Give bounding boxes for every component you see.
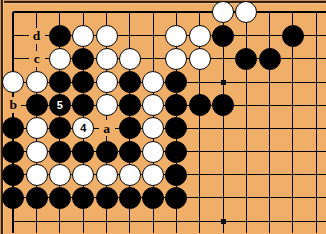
grid-line-h: [258, 35, 281, 36]
intersection-6-9: [118, 186, 141, 209]
grid-line-h: [258, 11, 281, 13]
white-stone: [96, 164, 118, 186]
point-label-c: c: [29, 51, 45, 67]
white-stone: [189, 48, 211, 70]
grid-line-h: [258, 197, 281, 198]
black-stone-numbered-5: 5: [49, 94, 71, 116]
intersection-10-3[interactable]: [211, 47, 234, 70]
point-label-b: b: [5, 97, 21, 113]
intersection-13-2: [281, 24, 304, 47]
intersection-13-4[interactable]: [281, 70, 304, 93]
intersection-13-8[interactable]: [281, 163, 304, 186]
intersection-4-5: [72, 94, 95, 117]
grid-line-h: [258, 82, 281, 83]
grid-line-h: [188, 11, 211, 13]
intersection-5-3: [95, 47, 118, 70]
intersection-13-9[interactable]: [281, 186, 304, 209]
intersection-1-5[interactable]: b: [2, 94, 25, 117]
intersection-1-3[interactable]: [2, 47, 25, 70]
intersection-6-10[interactable]: [118, 210, 141, 233]
grid-line-h: [188, 128, 211, 129]
black-stone: [72, 187, 94, 209]
intersection-11-6[interactable]: [235, 117, 258, 140]
intersection-5-5: [95, 94, 118, 117]
intersection-13-5[interactable]: [281, 94, 304, 117]
grid-line-h: [305, 105, 326, 106]
intersection-3-6: [48, 117, 71, 140]
black-stone: [212, 94, 234, 116]
star-point: [221, 219, 226, 224]
intersection-1-9: [2, 186, 25, 209]
intersection-8-8: [165, 163, 188, 186]
black-stone: [119, 71, 141, 93]
intersection-8-7: [165, 140, 188, 163]
intersection-3-10[interactable]: [48, 210, 71, 233]
intersection-2-5: [25, 94, 48, 117]
intersection-11-1: [235, 1, 258, 24]
intersection-9-7[interactable]: [188, 140, 211, 163]
white-stone: [26, 141, 48, 163]
intersection-2-6: [25, 117, 48, 140]
white-stone: [49, 48, 71, 70]
black-stone: [189, 94, 211, 116]
grid-line-h: [13, 221, 25, 222]
black-stone: [26, 187, 48, 209]
grid-line-h: [281, 11, 304, 13]
black-stone: [165, 141, 187, 163]
intersection-8-1[interactable]: [165, 1, 188, 24]
grid-line-v: [176, 12, 177, 24]
intersection-14-6[interactable]: [305, 117, 326, 140]
black-stone: [49, 25, 71, 47]
intersection-7-3[interactable]: [141, 47, 164, 70]
grid-line-h: [235, 197, 258, 198]
intersection-3-5: 5: [48, 94, 71, 117]
white-stone: [142, 94, 164, 116]
intersection-13-1[interactable]: [281, 1, 304, 24]
grid-line-h: [305, 174, 326, 175]
white-stone: [235, 1, 257, 23]
intersection-3-4: [48, 70, 71, 93]
intersection-7-1[interactable]: [141, 1, 164, 24]
black-stone: [2, 164, 24, 186]
grid-line-h: [258, 128, 281, 129]
grid-line-v: [59, 12, 60, 24]
black-stone: [165, 164, 187, 186]
intersection-10-8[interactable]: [211, 163, 234, 186]
grid-line-h: [305, 197, 326, 198]
intersection-13-10[interactable]: [281, 210, 304, 233]
intersection-12-8[interactable]: [258, 163, 281, 186]
intersection-4-10[interactable]: [72, 210, 95, 233]
intersection-14-2[interactable]: [305, 24, 326, 47]
intersection-12-6[interactable]: [258, 117, 281, 140]
grid-line-h: [72, 11, 95, 13]
intersection-10-7[interactable]: [211, 140, 234, 163]
intersection-6-8: [118, 163, 141, 186]
intersection-4-4: [72, 70, 95, 93]
black-stone: [165, 117, 187, 139]
white-stone: [96, 71, 118, 93]
intersection-2-10[interactable]: [25, 210, 48, 233]
intersection-9-2: [188, 24, 211, 47]
white-stone: [119, 48, 141, 70]
grid-line-v: [36, 12, 37, 24]
grid-line-h: [211, 197, 234, 198]
grid-line-h: [235, 221, 258, 222]
intersection-3-7: [48, 140, 71, 163]
grid-line-h: [25, 11, 48, 13]
grid-line-h: [235, 151, 258, 152]
grid-line-h: [13, 35, 25, 36]
intersection-13-6[interactable]: [281, 117, 304, 140]
grid-line-h: [48, 11, 71, 13]
grid-line-h: [281, 105, 304, 106]
point-label-d: d: [29, 28, 45, 44]
grid-line-h: [305, 151, 326, 152]
grid-line-h: [235, 128, 258, 129]
grid-line-h: [211, 58, 234, 59]
intersection-7-9: [141, 186, 164, 209]
intersection-1-7: [2, 140, 25, 163]
black-stone: [26, 94, 48, 116]
intersection-12-5[interactable]: [258, 94, 281, 117]
black-stone: [2, 117, 24, 139]
black-stone: [119, 94, 141, 116]
white-stone: [165, 25, 187, 47]
intersection-12-10[interactable]: [258, 210, 281, 233]
intersection-4-3: [72, 47, 95, 70]
star-point: [221, 80, 226, 85]
intersection-1-6: [2, 117, 25, 140]
grid-line-h: [188, 174, 211, 175]
white-stone: [119, 164, 141, 186]
grid-line-v: [153, 12, 154, 24]
grid-line-h: [141, 58, 164, 59]
intersection-14-10[interactable]: [305, 210, 326, 233]
white-stone: [26, 117, 48, 139]
grid-line-h: [95, 221, 118, 222]
grid-line-h: [281, 197, 304, 198]
intersection-9-4[interactable]: [188, 70, 211, 93]
grid-line-h: [13, 11, 25, 13]
intersection-12-1[interactable]: [258, 1, 281, 24]
intersection-11-7[interactable]: [235, 140, 258, 163]
grid-line-h: [48, 221, 71, 222]
intersection-4-8: [72, 163, 95, 186]
grid-line-h: [141, 11, 164, 13]
grid-line-h: [118, 11, 141, 13]
black-stone: [119, 117, 141, 139]
white-stone: [72, 164, 94, 186]
intersection-7-6: [141, 117, 164, 140]
intersection-5-2: [95, 24, 118, 47]
intersection-8-2: [165, 24, 188, 47]
intersection-6-2[interactable]: [118, 24, 141, 47]
intersection-9-8[interactable]: [188, 163, 211, 186]
intersection-11-10[interactable]: [235, 210, 258, 233]
grid-line-h: [305, 128, 326, 129]
grid-line-v: [316, 12, 317, 24]
black-stone: [96, 141, 118, 163]
grid-line-h: [281, 128, 304, 129]
intersection-8-3: [165, 47, 188, 70]
intersection-8-5: [165, 94, 188, 117]
intersection-11-3: [235, 47, 258, 70]
intersection-2-9: [25, 186, 48, 209]
grid-line-h: [13, 58, 25, 59]
intersection-4-9: [72, 186, 95, 209]
grid-line-h: [235, 105, 258, 106]
intersection-9-9[interactable]: [188, 186, 211, 209]
intersection-4-1[interactable]: [72, 1, 95, 24]
intersection-7-2[interactable]: [141, 24, 164, 47]
grid-line-h: [281, 82, 304, 83]
grid-line-h: [72, 221, 95, 222]
white-stone: [142, 71, 164, 93]
black-stone: [2, 141, 24, 163]
intersection-2-3[interactable]: c: [25, 47, 48, 70]
grid-line-v: [292, 12, 293, 24]
intersection-14-5[interactable]: [305, 94, 326, 117]
black-stone: [119, 187, 141, 209]
black-stone: [2, 187, 24, 209]
grid-line-h: [118, 35, 141, 36]
white-stone: [142, 117, 164, 139]
intersection-12-4[interactable]: [258, 70, 281, 93]
intersection-7-4: [141, 70, 164, 93]
black-stone: [259, 48, 281, 70]
grid-line-v: [269, 12, 270, 24]
grid-line-v: [12, 12, 14, 24]
intersection-1-2[interactable]: [2, 24, 25, 47]
intersection-10-4[interactable]: [211, 70, 234, 93]
white-stone: [26, 71, 48, 93]
grid-line-h: [305, 82, 326, 83]
intersection-14-7[interactable]: [305, 140, 326, 163]
white-stone: [165, 48, 187, 70]
grid-line-h: [188, 221, 211, 222]
grid-line-v: [199, 12, 200, 24]
black-stone: [96, 187, 118, 209]
intersection-11-9[interactable]: [235, 186, 258, 209]
white-stone: [142, 141, 164, 163]
intersection-10-9[interactable]: [211, 186, 234, 209]
intersection-3-1[interactable]: [48, 1, 71, 24]
intersection-6-3: [118, 47, 141, 70]
intersection-3-2: [48, 24, 71, 47]
grid-line-h: [258, 174, 281, 175]
white-stone: [72, 25, 94, 47]
black-stone: [72, 48, 94, 70]
grid-line-h: [305, 221, 326, 222]
grid-line-h: [305, 35, 326, 36]
intersection-7-7: [141, 140, 164, 163]
black-stone: [49, 71, 71, 93]
intersection-7-5: [141, 94, 164, 117]
white-stone: [212, 1, 234, 23]
intersection-11-8[interactable]: [235, 163, 258, 186]
grid-line-h: [165, 11, 188, 13]
intersection-9-10[interactable]: [188, 210, 211, 233]
grid-line-h: [25, 221, 48, 222]
grid-line-h: [118, 221, 141, 222]
go-diagram: dcb54a: [0, 0, 326, 234]
grid-line-h: [141, 35, 164, 36]
intersection-11-5[interactable]: [235, 94, 258, 117]
intersection-10-1: [211, 1, 234, 24]
intersection-3-3: [48, 47, 71, 70]
grid-line-h: [305, 11, 326, 13]
intersection-14-8[interactable]: [305, 163, 326, 186]
intersection-14-1[interactable]: [305, 1, 326, 24]
intersection-5-7: [95, 140, 118, 163]
intersection-1-4: [2, 70, 25, 93]
grid-line-h: [281, 151, 304, 152]
intersection-3-9: [48, 186, 71, 209]
grid-line-h: [258, 151, 281, 152]
intersection-12-2[interactable]: [258, 24, 281, 47]
intersection-11-4[interactable]: [235, 70, 258, 93]
intersection-3-8: [48, 163, 71, 186]
grid-line-h: [235, 35, 258, 36]
white-stone: [49, 164, 71, 186]
black-stone: [165, 71, 187, 93]
white-stone: [142, 164, 164, 186]
intersection-13-3[interactable]: [281, 47, 304, 70]
black-stone: [49, 141, 71, 163]
white-stone-numbered-4: 4: [72, 117, 94, 139]
intersection-9-5: [188, 94, 211, 117]
intersection-6-7: [118, 140, 141, 163]
intersection-12-9[interactable]: [258, 186, 281, 209]
black-stone: [72, 94, 94, 116]
intersection-5-8: [95, 163, 118, 186]
intersection-9-1[interactable]: [188, 1, 211, 24]
intersection-10-10[interactable]: [211, 210, 234, 233]
grid-line-h: [281, 221, 304, 222]
intersection-14-3[interactable]: [305, 47, 326, 70]
intersection-4-2: [72, 24, 95, 47]
intersection-8-10[interactable]: [165, 210, 188, 233]
black-stone: [72, 71, 94, 93]
intersection-8-4: [165, 70, 188, 93]
grid-line-h: [165, 221, 188, 222]
grid-line-h: [258, 221, 281, 222]
intersection-9-6[interactable]: [188, 117, 211, 140]
black-stone: [142, 187, 164, 209]
intersection-14-4[interactable]: [305, 70, 326, 93]
grid-line-h: [95, 11, 118, 13]
white-stone: [96, 94, 118, 116]
intersection-5-6[interactable]: a: [95, 117, 118, 140]
white-stone: [189, 25, 211, 47]
intersection-12-3: [258, 47, 281, 70]
grid-line-h: [188, 197, 211, 198]
intersection-9-3: [188, 47, 211, 70]
black-stone: [282, 25, 304, 47]
intersection-1-8: [2, 163, 25, 186]
grid-line-h: [211, 174, 234, 175]
grid-line-h: [235, 82, 258, 83]
grid-line-v: [83, 12, 84, 24]
black-stone: [49, 117, 71, 139]
black-stone: [165, 187, 187, 209]
white-stone: [96, 48, 118, 70]
intersection-5-1[interactable]: [95, 1, 118, 24]
intersection-1-10[interactable]: [2, 210, 25, 233]
black-stone: [119, 141, 141, 163]
intersection-10-6[interactable]: [211, 117, 234, 140]
intersection-2-7: [25, 140, 48, 163]
black-stone: [235, 48, 257, 70]
white-stone: [96, 25, 118, 47]
grid-line-h: [281, 174, 304, 175]
intersection-2-4: [25, 70, 48, 93]
black-stone: [212, 25, 234, 47]
intersection-5-9: [95, 186, 118, 209]
go-board: dcb54a: [2, 1, 326, 233]
intersection-6-4: [118, 70, 141, 93]
grid-line-h: [211, 128, 234, 129]
black-stone: [165, 94, 187, 116]
white-stone: [26, 164, 48, 186]
intersection-6-6: [118, 117, 141, 140]
intersection-5-10[interactable]: [95, 210, 118, 233]
intersection-1-1[interactable]: [2, 1, 25, 24]
grid-line-h: [211, 151, 234, 152]
black-stone: [72, 141, 94, 163]
grid-line-h: [235, 174, 258, 175]
intersection-2-2[interactable]: d: [25, 24, 48, 47]
grid-line-h: [188, 82, 211, 83]
intersection-12-7[interactable]: [258, 140, 281, 163]
intersection-10-5: [211, 94, 234, 117]
intersection-2-1[interactable]: [25, 1, 48, 24]
grid-line-h: [141, 221, 164, 222]
intersection-6-5: [118, 94, 141, 117]
grid-line-h: [281, 58, 304, 59]
intersection-8-9: [165, 186, 188, 209]
point-label-a: a: [99, 120, 115, 136]
white-stone: [2, 71, 24, 93]
grid-line-v: [106, 12, 107, 24]
intersection-2-8: [25, 163, 48, 186]
intersection-4-7: [72, 140, 95, 163]
intersection-11-2[interactable]: [235, 24, 258, 47]
intersection-7-8: [141, 163, 164, 186]
intersection-6-1[interactable]: [118, 1, 141, 24]
intersection-10-2: [211, 24, 234, 47]
intersection-7-10[interactable]: [141, 210, 164, 233]
grid-line-h: [258, 105, 281, 106]
grid-line-h: [305, 58, 326, 59]
grid-line-v: [129, 12, 130, 24]
intersection-4-6: 4: [72, 117, 95, 140]
intersection-5-4: [95, 70, 118, 93]
intersection-13-7[interactable]: [281, 140, 304, 163]
intersection-14-9[interactable]: [305, 186, 326, 209]
grid-line-h: [188, 151, 211, 152]
black-stone: [49, 187, 71, 209]
intersection-8-6: [165, 117, 188, 140]
